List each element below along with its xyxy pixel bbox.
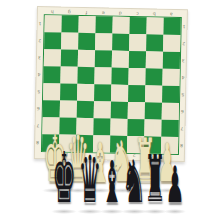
square bbox=[146, 51, 163, 68]
black-king-piece: ♚ bbox=[52, 142, 76, 212]
square bbox=[146, 17, 163, 34]
square bbox=[60, 84, 77, 101]
square bbox=[129, 17, 146, 34]
coordinate-label: 3 bbox=[181, 51, 186, 68]
square bbox=[112, 34, 129, 51]
square bbox=[61, 33, 78, 50]
square bbox=[95, 50, 112, 67]
coordinate-label: 8 bbox=[35, 133, 40, 150]
product-photo-chess-set: hgfedcba 12345678 12345678 hgfedcba ♚♛♝♞… bbox=[0, 0, 224, 224]
coordinate-label: 7 bbox=[179, 119, 184, 136]
square bbox=[111, 85, 128, 102]
square bbox=[128, 68, 145, 85]
square bbox=[111, 102, 128, 119]
square bbox=[44, 49, 61, 66]
coordinate-label: c bbox=[129, 10, 146, 15]
square bbox=[44, 32, 61, 49]
square bbox=[60, 101, 77, 118]
coordinate-label: 2 bbox=[37, 31, 42, 48]
square bbox=[95, 33, 112, 50]
square bbox=[129, 34, 146, 51]
coordinate-label: a bbox=[163, 11, 180, 16]
coordinate-label: 6 bbox=[36, 99, 41, 116]
coordinate-label: 6 bbox=[180, 102, 185, 119]
square bbox=[128, 102, 145, 119]
coordinate-label: 4 bbox=[180, 68, 185, 85]
square bbox=[163, 18, 180, 35]
square bbox=[112, 17, 129, 34]
coordinate-label: 2 bbox=[181, 34, 186, 51]
square bbox=[162, 86, 179, 103]
square bbox=[94, 101, 111, 118]
coordinate-label: 7 bbox=[35, 116, 40, 133]
black-bishop-piece: ♝ bbox=[101, 154, 123, 212]
coordinate-label: g bbox=[61, 9, 78, 14]
square bbox=[162, 103, 179, 120]
coordinate-label: b bbox=[146, 10, 163, 15]
coordinate-label: 3 bbox=[37, 48, 42, 65]
square bbox=[61, 16, 78, 33]
square bbox=[145, 68, 162, 85]
square bbox=[112, 51, 129, 68]
square bbox=[94, 84, 111, 101]
square bbox=[128, 85, 145, 102]
square bbox=[94, 67, 111, 84]
square bbox=[78, 33, 95, 50]
square bbox=[43, 66, 60, 83]
coordinate-label: 5 bbox=[180, 85, 185, 102]
coordinate-label: d bbox=[112, 10, 129, 15]
square bbox=[78, 50, 95, 67]
square bbox=[61, 50, 78, 67]
black-rook-piece: ♜ bbox=[144, 147, 166, 212]
square bbox=[145, 85, 162, 102]
square bbox=[43, 83, 60, 100]
coordinate-label: e bbox=[95, 9, 112, 14]
coordinate-label: 1 bbox=[181, 17, 186, 34]
square bbox=[60, 67, 77, 84]
coordinate-label: f bbox=[78, 9, 95, 14]
square bbox=[111, 68, 128, 85]
square bbox=[163, 35, 180, 52]
coordinate-label: 4 bbox=[36, 65, 41, 82]
black-pawn-piece: ♟ bbox=[166, 162, 185, 212]
square bbox=[145, 102, 162, 119]
coordinate-label: 1 bbox=[37, 14, 42, 31]
coordinate-label: 5 bbox=[36, 82, 41, 99]
square bbox=[77, 67, 94, 84]
square bbox=[43, 100, 60, 117]
black-queen-piece: ♛ bbox=[78, 147, 101, 212]
square bbox=[77, 84, 94, 101]
square bbox=[78, 16, 95, 33]
square bbox=[162, 69, 179, 86]
square bbox=[146, 34, 163, 51]
square bbox=[163, 52, 180, 69]
coordinate-label: 8 bbox=[179, 136, 184, 153]
black-knight-piece: ♞ bbox=[121, 153, 146, 212]
square bbox=[77, 101, 94, 118]
coordinate-label: h bbox=[44, 8, 61, 13]
square bbox=[44, 15, 61, 32]
square bbox=[129, 51, 146, 68]
square bbox=[95, 16, 112, 33]
